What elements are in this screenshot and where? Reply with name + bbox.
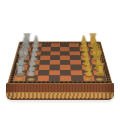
chess-set-photo: ♜♟♟♜♞♟♟♞♝♟♟♝♛♟♟♛♚♟♟♚♝♟♟♝♞♟♟♞♜♟♟♜ <box>0 0 120 120</box>
board-square <box>60 75 72 81</box>
board-square: ♜ <box>14 75 27 81</box>
board-grid: ♜♟♟♜♞♟♟♞♝♟♟♝♛♟♟♛♚♟♟♚♝♟♟♝♞♟♟♞♜♟♟♜ <box>14 43 107 81</box>
chess-piece-rook: ♜ <box>10 62 30 79</box>
board-square <box>48 75 60 81</box>
board-square: ♜ <box>94 75 107 81</box>
board-perspective: ♜♟♟♜♞♟♟♞♝♟♟♝♛♟♟♛♚♟♟♚♝♟♟♝♞♟♟♞♜♟♟♜ <box>14 14 106 106</box>
piece-glyph: ♜ <box>95 63 106 80</box>
chess-piece-rook: ♜ <box>90 62 110 79</box>
piece-glyph: ♜ <box>14 63 25 80</box>
chessboard: ♜♟♟♜♞♟♟♞♝♟♟♝♛♟♟♛♚♟♟♚♝♟♟♝♞♟♟♞♜♟♟♜ <box>7 41 113 83</box>
